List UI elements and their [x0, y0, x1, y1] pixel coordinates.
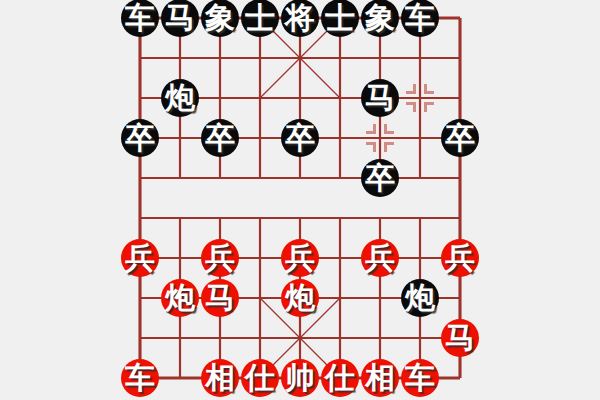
last-move-marker — [366, 124, 394, 152]
black-chariot-label: 车 — [125, 0, 155, 37]
piece-red-horse[interactable]: 马 — [441, 319, 479, 357]
piece-black-chariot[interactable]: 车 — [121, 0, 159, 37]
red-cannon-label: 炮 — [165, 279, 195, 317]
marker-corner — [366, 142, 376, 152]
black-soldier-label: 卒 — [205, 119, 235, 157]
piece-black-soldier[interactable]: 卒 — [121, 119, 159, 157]
piece-black-advisor[interactable]: 士 — [321, 0, 359, 37]
piece-black-cannon[interactable]: 炮 — [161, 79, 199, 117]
piece-red-advisor[interactable]: 仕 — [241, 359, 279, 397]
red-soldier-label: 兵 — [445, 239, 475, 277]
red-soldier-label: 兵 — [125, 239, 155, 277]
black-horse-label: 马 — [165, 0, 195, 37]
piece-red-horse[interactable]: 马 — [201, 279, 239, 317]
piece-red-soldier[interactable]: 兵 — [441, 239, 479, 277]
black-general-label: 将 — [285, 0, 315, 37]
black-soldier-label: 卒 — [125, 119, 155, 157]
piece-black-elephant[interactable]: 象 — [201, 0, 239, 37]
red-horse-label: 马 — [445, 319, 475, 357]
board-grid — [0, 0, 600, 400]
red-elephant-label: 相 — [365, 359, 395, 397]
piece-black-general[interactable]: 将 — [281, 0, 319, 37]
red-general-label: 帅 — [285, 359, 315, 397]
black-elephant-label: 象 — [205, 0, 235, 37]
piece-black-chariot[interactable]: 车 — [401, 0, 439, 37]
black-cannon-label: 炮 — [165, 79, 195, 117]
red-soldier-label: 兵 — [205, 239, 235, 277]
last-move-marker — [406, 84, 434, 112]
piece-red-cannon[interactable]: 炮 — [161, 279, 199, 317]
piece-black-soldier[interactable]: 卒 — [441, 119, 479, 157]
black-soldier-label: 卒 — [365, 159, 395, 197]
piece-red-soldier[interactable]: 兵 — [121, 239, 159, 277]
red-advisor-label: 仕 — [325, 359, 355, 397]
piece-red-elephant[interactable]: 相 — [361, 359, 399, 397]
marker-corner — [424, 84, 434, 94]
black-soldier-label: 卒 — [445, 119, 475, 157]
black-cannon-label: 炮 — [405, 279, 435, 317]
piece-black-horse[interactable]: 马 — [361, 79, 399, 117]
red-elephant-label: 相 — [205, 359, 235, 397]
piece-black-horse[interactable]: 马 — [161, 0, 199, 37]
marker-corner — [424, 102, 434, 112]
piece-red-chariot[interactable]: 车 — [401, 359, 439, 397]
marker-corner — [366, 124, 376, 134]
black-elephant-label: 象 — [365, 0, 395, 37]
piece-red-soldier[interactable]: 兵 — [201, 239, 239, 277]
red-advisor-label: 仕 — [245, 359, 275, 397]
piece-black-soldier[interactable]: 卒 — [201, 119, 239, 157]
marker-corner — [406, 84, 416, 94]
piece-black-soldier[interactable]: 卒 — [281, 119, 319, 157]
piece-red-general[interactable]: 帅 — [281, 359, 319, 397]
red-chariot-label: 车 — [125, 359, 155, 397]
piece-red-soldier[interactable]: 兵 — [361, 239, 399, 277]
black-soldier-label: 卒 — [285, 119, 315, 157]
marker-corner — [406, 102, 416, 112]
red-cannon-label: 炮 — [285, 279, 315, 317]
piece-black-soldier[interactable]: 卒 — [361, 159, 399, 197]
black-chariot-label: 车 — [405, 0, 435, 37]
marker-corner — [384, 142, 394, 152]
black-horse-label: 马 — [365, 79, 395, 117]
piece-black-advisor[interactable]: 士 — [241, 0, 279, 37]
piece-red-soldier[interactable]: 兵 — [281, 239, 319, 277]
marker-corner — [384, 124, 394, 134]
piece-red-cannon[interactable]: 炮 — [281, 279, 319, 317]
xiangqi-board[interactable]: 车马象士将士象车炮马卒卒卒卒卒兵兵兵兵兵炮马炮炮马车相仕帅仕相车 — [0, 0, 600, 400]
piece-red-chariot[interactable]: 车 — [121, 359, 159, 397]
red-soldier-label: 兵 — [365, 239, 395, 277]
red-chariot-label: 车 — [405, 359, 435, 397]
black-advisor-label: 士 — [245, 0, 275, 37]
black-advisor-label: 士 — [325, 0, 355, 37]
piece-red-advisor[interactable]: 仕 — [321, 359, 359, 397]
piece-black-elephant[interactable]: 象 — [361, 0, 399, 37]
piece-red-elephant[interactable]: 相 — [201, 359, 239, 397]
red-horse-label: 马 — [205, 279, 235, 317]
piece-black-cannon[interactable]: 炮 — [401, 279, 439, 317]
red-soldier-label: 兵 — [285, 239, 315, 277]
